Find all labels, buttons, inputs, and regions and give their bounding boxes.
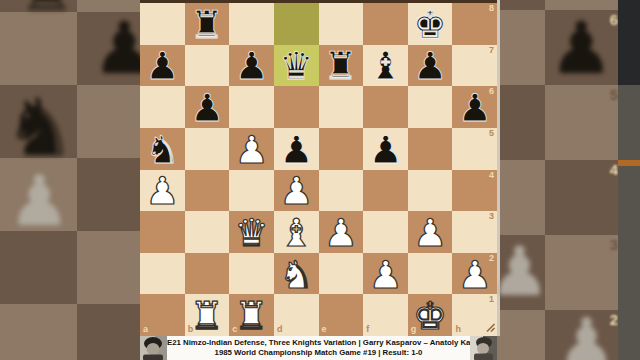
- blurred-rank-label: 2: [610, 312, 618, 327]
- square-b8[interactable]: ♜: [185, 3, 230, 45]
- square-c6[interactable]: [229, 86, 274, 128]
- caption-line-1: E21 Nimzo-Indian Defense, Three Knights …: [167, 338, 470, 348]
- square-f7[interactable]: ♝: [363, 45, 408, 87]
- progress-marker: [618, 160, 640, 166]
- scrollbar: [618, 0, 640, 360]
- square-f5[interactable]: ♟: [363, 128, 408, 170]
- square-g8[interactable]: ♚: [408, 3, 453, 45]
- blurred-white-pawn-icon: ♟: [8, 166, 71, 236]
- white-pawn[interactable]: ♟: [324, 214, 358, 252]
- square-h7[interactable]: 7: [452, 45, 497, 87]
- file-label: c: [232, 325, 237, 334]
- caption-line-2: 1985 World Championship Match Game #19 |…: [167, 348, 470, 358]
- black-pawn[interactable]: ♟: [190, 89, 224, 127]
- square-h4[interactable]: 4: [452, 170, 497, 212]
- rank-label: 4: [489, 171, 494, 180]
- square-a6[interactable]: [140, 86, 185, 128]
- square-e4[interactable]: [319, 170, 364, 212]
- rank-label: 1: [489, 295, 494, 304]
- square-g5[interactable]: [408, 128, 453, 170]
- blurred-rank-label: 5: [610, 87, 618, 102]
- square-b4[interactable]: [185, 170, 230, 212]
- white-pawn[interactable]: ♟: [368, 256, 402, 294]
- white-pawn[interactable]: ♟: [145, 172, 179, 210]
- square-d5[interactable]: ♟: [274, 128, 319, 170]
- black-pawn[interactable]: ♟: [279, 131, 313, 169]
- square-d2[interactable]: ♞: [274, 253, 319, 295]
- blurred-black-rook-icon: ♜: [18, 0, 75, 20]
- file-label: g: [411, 325, 417, 334]
- blurred-background-right: ♟ ♟ ♟ 6 5 4 3 2: [497, 0, 640, 360]
- square-a7[interactable]: ♟: [140, 45, 185, 87]
- square-d6[interactable]: [274, 86, 319, 128]
- square-d3[interactable]: ♝: [274, 211, 319, 253]
- blurred-rank-label: 6: [610, 12, 618, 27]
- white-rook[interactable]: ♜: [235, 297, 269, 335]
- square-d8[interactable]: [274, 3, 319, 45]
- square-f6[interactable]: [363, 86, 408, 128]
- square-g1[interactable]: ♚g: [408, 294, 453, 336]
- caption-text: E21 Nimzo-Indian Defense, Three Knights …: [167, 336, 470, 360]
- white-king[interactable]: ♚: [413, 297, 447, 335]
- rank-label: 7: [489, 46, 494, 55]
- square-b6[interactable]: ♟: [185, 86, 230, 128]
- rank-label: 8: [489, 4, 494, 13]
- white-pawn[interactable]: ♟: [235, 131, 269, 169]
- black-knight[interactable]: ♞: [145, 131, 179, 169]
- black-pawn[interactable]: ♟: [413, 47, 447, 85]
- rank-label: 6: [489, 87, 494, 96]
- black-bishop[interactable]: ♝: [368, 47, 402, 85]
- scrollbar-track-top: [618, 0, 640, 85]
- square-h2[interactable]: ♟2: [452, 253, 497, 295]
- square-f1[interactable]: f: [363, 294, 408, 336]
- blurred-rank-label: 3: [610, 237, 618, 252]
- square-a5[interactable]: ♞: [140, 128, 185, 170]
- square-g3[interactable]: ♟: [408, 211, 453, 253]
- square-c2[interactable]: [229, 253, 274, 295]
- blurred-black-pawn-icon: ♟: [549, 12, 614, 84]
- rank-label: 5: [489, 129, 494, 138]
- square-a3[interactable]: [140, 211, 185, 253]
- blurred-white-pawn-icon: ♟: [497, 238, 550, 306]
- square-g6[interactable]: [408, 86, 453, 128]
- square-b3[interactable]: [185, 211, 230, 253]
- caption-bar: E21 Nimzo-Indian Defense, Three Knights …: [140, 336, 497, 360]
- square-a8[interactable]: [140, 3, 185, 45]
- square-h8[interactable]: 8: [452, 3, 497, 45]
- square-e1[interactable]: e: [319, 294, 364, 336]
- black-pawn[interactable]: ♟: [368, 131, 402, 169]
- kasparov-photo: [140, 336, 167, 360]
- square-d7[interactable]: ♛: [274, 45, 319, 87]
- square-c1[interactable]: ♜c: [229, 294, 274, 336]
- square-f3[interactable]: [363, 211, 408, 253]
- black-rook[interactable]: ♜: [324, 47, 358, 85]
- square-a2[interactable]: [140, 253, 185, 295]
- black-pawn[interactable]: ♟: [458, 89, 492, 127]
- square-c8[interactable]: [229, 3, 274, 45]
- square-h3[interactable]: 3: [452, 211, 497, 253]
- board-resize-handle-icon[interactable]: [485, 322, 496, 333]
- white-pawn[interactable]: ♟: [458, 256, 492, 294]
- blurred-black-pawn-icon: ♟: [92, 12, 140, 84]
- square-e8[interactable]: [319, 3, 364, 45]
- chess-board[interactable]: ♜♚8♟♟♛♜♝♟7♟♟6♞♟♟♟5♟♟4♛♝♟♟3♞♟♟2a♜b♜cdef♚g…: [140, 0, 497, 336]
- file-label: a: [143, 325, 148, 334]
- square-f2[interactable]: ♟: [363, 253, 408, 295]
- file-label: d: [277, 325, 283, 334]
- black-queen[interactable]: ♛: [279, 47, 313, 85]
- white-rook[interactable]: ♜: [190, 297, 224, 335]
- karpov-photo: [470, 336, 497, 360]
- square-g4[interactable]: [408, 170, 453, 212]
- file-label: f: [366, 325, 369, 334]
- square-f8[interactable]: [363, 3, 408, 45]
- file-label: e: [322, 325, 327, 334]
- square-a1[interactable]: a: [140, 294, 185, 336]
- file-label: b: [188, 325, 194, 334]
- square-e6[interactable]: [319, 86, 364, 128]
- rank-label: 2: [489, 254, 494, 263]
- blurred-white-pawn-icon: ♟: [557, 310, 616, 360]
- white-knight[interactable]: ♞: [279, 256, 313, 294]
- square-h5[interactable]: 5: [452, 128, 497, 170]
- square-e5[interactable]: [319, 128, 364, 170]
- white-pawn[interactable]: ♟: [279, 172, 313, 210]
- square-c3[interactable]: ♛: [229, 211, 274, 253]
- blurred-rank-label: 4: [610, 162, 618, 177]
- square-c5[interactable]: ♟: [229, 128, 274, 170]
- rank-label: 3: [489, 212, 494, 221]
- square-c7[interactable]: ♟: [229, 45, 274, 87]
- square-f4[interactable]: [363, 170, 408, 212]
- square-e7[interactable]: ♜: [319, 45, 364, 87]
- square-b2[interactable]: [185, 253, 230, 295]
- white-queen[interactable]: ♛: [235, 214, 269, 252]
- square-b5[interactable]: [185, 128, 230, 170]
- white-pawn[interactable]: ♟: [413, 214, 447, 252]
- board-right-edge: [497, 0, 500, 336]
- square-d1[interactable]: d: [274, 294, 319, 336]
- square-a4[interactable]: ♟: [140, 170, 185, 212]
- black-pawn[interactable]: ♟: [235, 47, 269, 85]
- square-g7[interactable]: ♟: [408, 45, 453, 87]
- file-label: h: [455, 325, 461, 334]
- black-pawn[interactable]: ♟: [145, 47, 179, 85]
- black-king[interactable]: ♚: [413, 6, 447, 44]
- square-e2[interactable]: [319, 253, 364, 295]
- square-c4[interactable]: [229, 170, 274, 212]
- square-d4[interactable]: ♟: [274, 170, 319, 212]
- blurred-background-left: ♜ ♟ ♞ ♟: [0, 0, 140, 360]
- square-g2[interactable]: [408, 253, 453, 295]
- square-h6[interactable]: ♟6: [452, 86, 497, 128]
- square-b1[interactable]: ♜b: [185, 294, 230, 336]
- square-e3[interactable]: ♟: [319, 211, 364, 253]
- blurred-black-knight-icon: ♞: [4, 88, 76, 168]
- black-rook[interactable]: ♜: [190, 6, 224, 44]
- square-b7[interactable]: [185, 45, 230, 87]
- white-bishop[interactable]: ♝: [279, 214, 313, 252]
